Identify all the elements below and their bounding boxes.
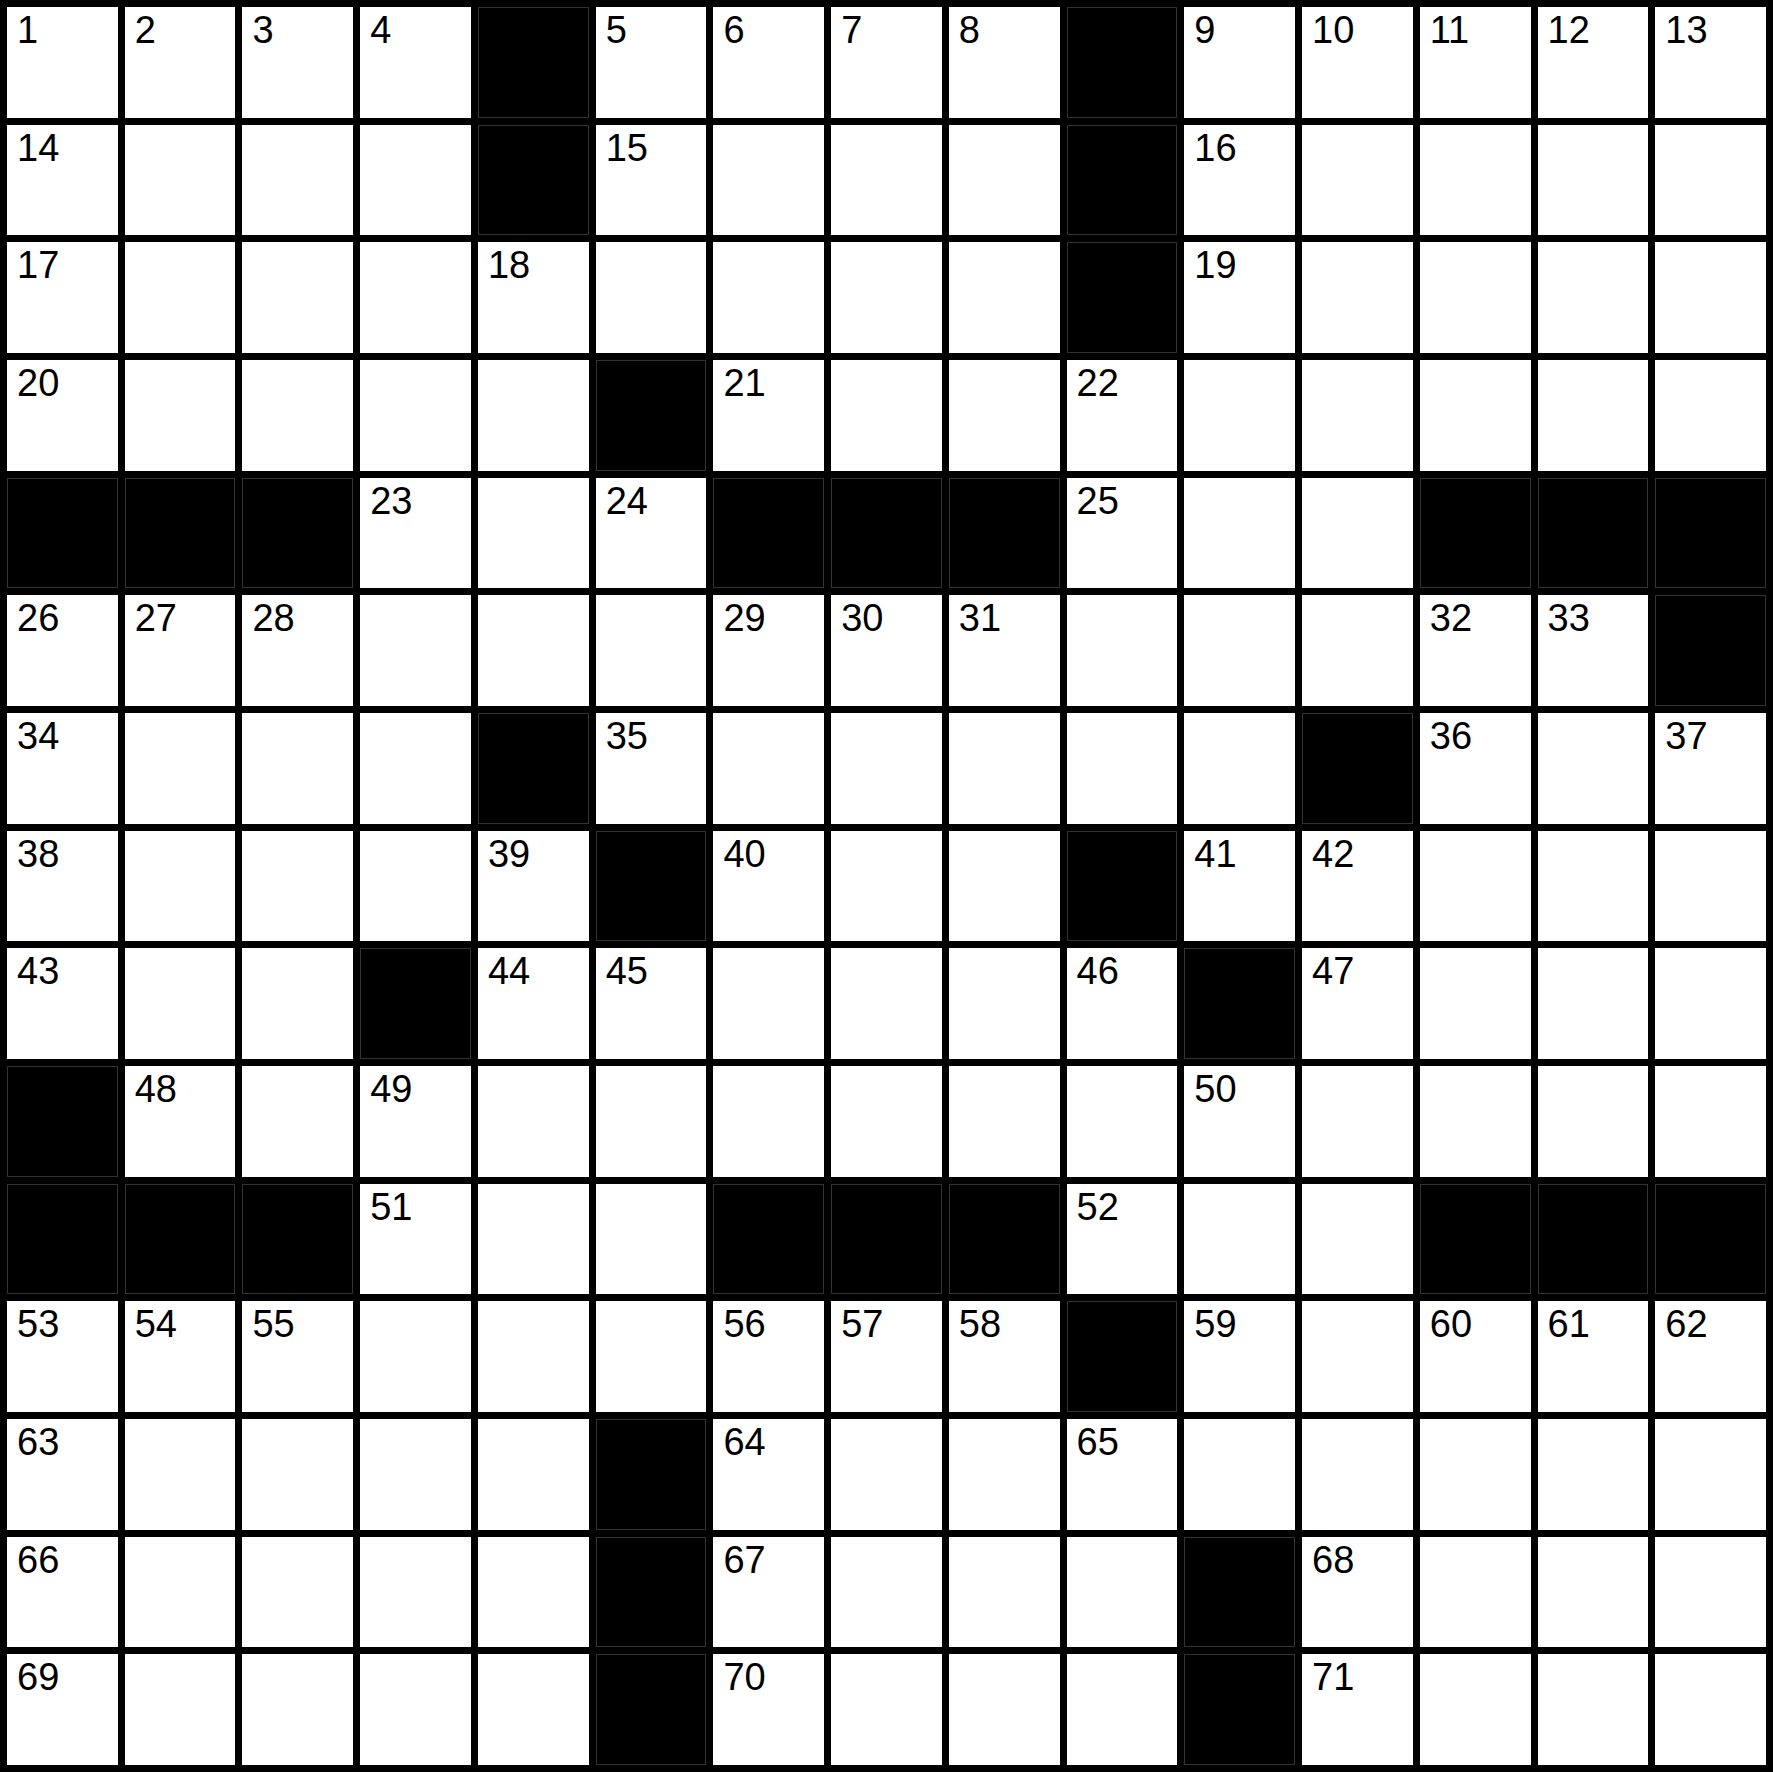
white-cell-r2c14[interactable]: [1538, 125, 1649, 236]
white-cell-r13c4[interactable]: [360, 1419, 471, 1530]
white-cell-r10c5[interactable]: [478, 1066, 589, 1177]
black-cell-r13c6: [596, 1419, 707, 1530]
clue-number-2: 2: [135, 11, 156, 49]
white-cell-r14c5[interactable]: [478, 1537, 589, 1648]
clue-number-8: 8: [959, 11, 980, 49]
white-cell-r8c12[interactable]: 42: [1302, 831, 1413, 942]
clue-number-34: 34: [17, 717, 59, 755]
white-cell-r12c5[interactable]: [478, 1301, 589, 1412]
white-cell-r10c15[interactable]: [1655, 1066, 1766, 1177]
black-cell-r11c13: [1420, 1184, 1531, 1295]
black-cell-r8c10: [1067, 831, 1178, 942]
clue-number-42: 42: [1312, 835, 1354, 873]
clue-number-35: 35: [606, 717, 648, 755]
black-cell-r11c7: [713, 1184, 824, 1295]
clue-number-62: 62: [1665, 1305, 1707, 1343]
white-cell-r12c13[interactable]: 60: [1420, 1301, 1531, 1412]
white-cell-r2c2[interactable]: [125, 125, 236, 236]
white-cell-r13c15[interactable]: [1655, 1419, 1766, 1530]
white-cell-r6c12[interactable]: [1302, 595, 1413, 706]
white-cell-r15c13[interactable]: [1420, 1654, 1531, 1765]
white-cell-r10c7[interactable]: [713, 1066, 824, 1177]
clue-number-15: 15: [606, 129, 648, 167]
clue-number-9: 9: [1194, 11, 1215, 49]
white-cell-r1c12[interactable]: 10: [1302, 7, 1413, 118]
white-cell-r10c13[interactable]: [1420, 1066, 1531, 1177]
white-cell-r7c1[interactable]: 34: [7, 713, 118, 824]
black-cell-r9c11: [1184, 948, 1295, 1059]
white-cell-r10c12[interactable]: [1302, 1066, 1413, 1177]
white-cell-r10c4[interactable]: 49: [360, 1066, 471, 1177]
white-cell-r9c12[interactable]: 47: [1302, 948, 1413, 1059]
black-cell-r5c13: [1420, 478, 1531, 589]
white-cell-r6c1[interactable]: 26: [7, 595, 118, 706]
clue-number-56: 56: [723, 1305, 765, 1343]
white-cell-r2c8[interactable]: [831, 125, 942, 236]
white-cell-r13c5[interactable]: [478, 1419, 589, 1530]
black-cell-r1c5: [478, 7, 589, 118]
white-cell-r12c8[interactable]: 57: [831, 1301, 942, 1412]
white-cell-r15c4[interactable]: [360, 1654, 471, 1765]
white-cell-r3c2[interactable]: [125, 242, 236, 353]
black-cell-r9c4: [360, 948, 471, 1059]
white-cell-r8c3[interactable]: [242, 831, 353, 942]
white-cell-r5c11[interactable]: [1184, 478, 1295, 589]
white-cell-r3c11[interactable]: 19: [1184, 242, 1295, 353]
clue-number-36: 36: [1430, 717, 1472, 755]
white-cell-r14c14[interactable]: [1538, 1537, 1649, 1648]
white-cell-r7c13[interactable]: 36: [1420, 713, 1531, 824]
black-cell-r14c11: [1184, 1537, 1295, 1648]
white-cell-r7c11[interactable]: [1184, 713, 1295, 824]
white-cell-r7c4[interactable]: [360, 713, 471, 824]
white-cell-r1c2[interactable]: 2: [125, 7, 236, 118]
white-cell-r6c10[interactable]: [1067, 595, 1178, 706]
white-cell-r13c9[interactable]: [949, 1419, 1060, 1530]
white-cell-r7c3[interactable]: [242, 713, 353, 824]
white-cell-r5c6[interactable]: 24: [596, 478, 707, 589]
white-cell-r9c1[interactable]: 43: [7, 948, 118, 1059]
white-cell-r3c13[interactable]: [1420, 242, 1531, 353]
clue-number-51: 51: [370, 1188, 412, 1226]
white-cell-r4c1[interactable]: 20: [7, 360, 118, 471]
clue-number-67: 67: [723, 1541, 765, 1579]
white-cell-r9c10[interactable]: 46: [1067, 948, 1178, 1059]
white-cell-r3c14[interactable]: [1538, 242, 1649, 353]
clue-number-21: 21: [723, 364, 765, 402]
black-cell-r5c8: [831, 478, 942, 589]
white-cell-r13c8[interactable]: [831, 1419, 942, 1530]
clue-number-65: 65: [1077, 1423, 1119, 1461]
clue-number-19: 19: [1194, 246, 1236, 284]
white-cell-r11c12[interactable]: [1302, 1184, 1413, 1295]
black-cell-r7c5: [478, 713, 589, 824]
white-cell-r9c15[interactable]: [1655, 948, 1766, 1059]
white-cell-r12c3[interactable]: 55: [242, 1301, 353, 1412]
white-cell-r3c9[interactable]: [949, 242, 1060, 353]
white-cell-r11c4[interactable]: 51: [360, 1184, 471, 1295]
clue-number-55: 55: [252, 1305, 294, 1343]
clue-number-25: 25: [1077, 482, 1119, 520]
white-cell-r10c10[interactable]: [1067, 1066, 1178, 1177]
white-cell-r7c7[interactable]: [713, 713, 824, 824]
crossword-grid: 1234567891011121314151617181920212223242…: [0, 0, 1773, 1772]
white-cell-r15c9[interactable]: [949, 1654, 1060, 1765]
white-cell-r4c8[interactable]: [831, 360, 942, 471]
white-cell-r3c1[interactable]: 17: [7, 242, 118, 353]
clue-number-38: 38: [17, 835, 59, 873]
clue-number-40: 40: [723, 835, 765, 873]
white-cell-r12c12[interactable]: [1302, 1301, 1413, 1412]
white-cell-r12c11[interactable]: 59: [1184, 1301, 1295, 1412]
clue-number-63: 63: [17, 1423, 59, 1461]
white-cell-r1c3[interactable]: 3: [242, 7, 353, 118]
clue-number-39: 39: [488, 835, 530, 873]
clue-number-49: 49: [370, 1070, 412, 1108]
black-cell-r8c6: [596, 831, 707, 942]
white-cell-r10c8[interactable]: [831, 1066, 942, 1177]
black-cell-r5c2: [125, 478, 236, 589]
white-cell-r13c10[interactable]: 65: [1067, 1419, 1178, 1530]
white-cell-r3c6[interactable]: [596, 242, 707, 353]
clue-number-71: 71: [1312, 1658, 1354, 1696]
white-cell-r1c9[interactable]: 8: [949, 7, 1060, 118]
white-cell-r9c3[interactable]: [242, 948, 353, 1059]
white-cell-r12c4[interactable]: [360, 1301, 471, 1412]
black-cell-r7c12: [1302, 713, 1413, 824]
clue-number-60: 60: [1430, 1305, 1472, 1343]
white-cell-r9c6[interactable]: 45: [596, 948, 707, 1059]
black-cell-r11c8: [831, 1184, 942, 1295]
clue-number-50: 50: [1194, 1070, 1236, 1108]
white-cell-r13c11[interactable]: [1184, 1419, 1295, 1530]
white-cell-r7c2[interactable]: [125, 713, 236, 824]
white-cell-r14c7[interactable]: 67: [713, 1537, 824, 1648]
white-cell-r1c11[interactable]: 9: [1184, 7, 1295, 118]
white-cell-r11c10[interactable]: 52: [1067, 1184, 1178, 1295]
white-cell-r11c11[interactable]: [1184, 1184, 1295, 1295]
clue-number-11: 11: [1430, 11, 1469, 49]
white-cell-r4c7[interactable]: 21: [713, 360, 824, 471]
white-cell-r1c13[interactable]: 11: [1420, 7, 1531, 118]
white-cell-r6c8[interactable]: 30: [831, 595, 942, 706]
white-cell-r11c5[interactable]: [478, 1184, 589, 1295]
white-cell-r2c1[interactable]: 14: [7, 125, 118, 236]
clue-number-48: 48: [135, 1070, 177, 1108]
black-cell-r11c2: [125, 1184, 236, 1295]
clue-number-3: 3: [252, 11, 273, 49]
black-cell-r10c1: [7, 1066, 118, 1177]
white-cell-r14c13[interactable]: [1420, 1537, 1531, 1648]
white-cell-r15c8[interactable]: [831, 1654, 942, 1765]
white-cell-r14c3[interactable]: [242, 1537, 353, 1648]
white-cell-r4c11[interactable]: [1184, 360, 1295, 471]
clue-number-31: 31: [959, 599, 1001, 637]
white-cell-r6c2[interactable]: 27: [125, 595, 236, 706]
white-cell-r6c7[interactable]: 29: [713, 595, 824, 706]
white-cell-r15c3[interactable]: [242, 1654, 353, 1765]
white-cell-r6c11[interactable]: [1184, 595, 1295, 706]
white-cell-r6c13[interactable]: 32: [1420, 595, 1531, 706]
clue-number-47: 47: [1312, 952, 1354, 990]
clue-number-26: 26: [17, 599, 59, 637]
white-cell-r2c13[interactable]: [1420, 125, 1531, 236]
white-cell-r10c3[interactable]: [242, 1066, 353, 1177]
white-cell-r8c15[interactable]: [1655, 831, 1766, 942]
white-cell-r14c10[interactable]: [1067, 1537, 1178, 1648]
white-cell-r15c15[interactable]: [1655, 1654, 1766, 1765]
clue-number-10: 10: [1312, 11, 1354, 49]
white-cell-r8c4[interactable]: [360, 831, 471, 942]
clue-number-32: 32: [1430, 599, 1472, 637]
white-cell-r1c15[interactable]: 13: [1655, 7, 1766, 118]
white-cell-r6c5[interactable]: [478, 595, 589, 706]
white-cell-r12c7[interactable]: 56: [713, 1301, 824, 1412]
white-cell-r6c4[interactable]: [360, 595, 471, 706]
white-cell-r12c2[interactable]: 54: [125, 1301, 236, 1412]
white-cell-r14c12[interactable]: 68: [1302, 1537, 1413, 1648]
white-cell-r10c6[interactable]: [596, 1066, 707, 1177]
white-cell-r10c9[interactable]: [949, 1066, 1060, 1177]
black-cell-r5c3: [242, 478, 353, 589]
clue-number-5: 5: [606, 11, 627, 49]
white-cell-r15c7[interactable]: 70: [713, 1654, 824, 1765]
black-cell-r5c15: [1655, 478, 1766, 589]
white-cell-r3c15[interactable]: [1655, 242, 1766, 353]
white-cell-r12c1[interactable]: 53: [7, 1301, 118, 1412]
black-cell-r11c15: [1655, 1184, 1766, 1295]
white-cell-r3c3[interactable]: [242, 242, 353, 353]
clue-number-46: 46: [1077, 952, 1119, 990]
clue-number-7: 7: [841, 11, 862, 49]
clue-number-14: 14: [17, 129, 59, 167]
black-cell-r5c1: [7, 478, 118, 589]
clue-number-52: 52: [1077, 1188, 1119, 1226]
clue-number-61: 61: [1548, 1305, 1590, 1343]
white-cell-r13c7[interactable]: 64: [713, 1419, 824, 1530]
clue-number-54: 54: [135, 1305, 177, 1343]
white-cell-r4c12[interactable]: [1302, 360, 1413, 471]
white-cell-r10c2[interactable]: 48: [125, 1066, 236, 1177]
clue-number-45: 45: [606, 952, 648, 990]
white-cell-r7c6[interactable]: 35: [596, 713, 707, 824]
white-cell-r2c3[interactable]: [242, 125, 353, 236]
clue-number-64: 64: [723, 1423, 765, 1461]
white-cell-r4c15[interactable]: [1655, 360, 1766, 471]
black-cell-r2c10: [1067, 125, 1178, 236]
white-cell-r9c2[interactable]: [125, 948, 236, 1059]
white-cell-r2c9[interactable]: [949, 125, 1060, 236]
white-cell-r1c8[interactable]: 7: [831, 7, 942, 118]
white-cell-r7c8[interactable]: [831, 713, 942, 824]
white-cell-r12c15[interactable]: 62: [1655, 1301, 1766, 1412]
white-cell-r10c11[interactable]: 50: [1184, 1066, 1295, 1177]
white-cell-r8c5[interactable]: 39: [478, 831, 589, 942]
white-cell-r3c12[interactable]: [1302, 242, 1413, 353]
clue-number-24: 24: [606, 482, 648, 520]
white-cell-r9c5[interactable]: 44: [478, 948, 589, 1059]
clue-number-16: 16: [1194, 129, 1236, 167]
clue-number-12: 12: [1548, 11, 1590, 49]
black-cell-r15c6: [596, 1654, 707, 1765]
white-cell-r3c4[interactable]: [360, 242, 471, 353]
white-cell-r11c6[interactable]: [596, 1184, 707, 1295]
white-cell-r8c1[interactable]: 38: [7, 831, 118, 942]
black-cell-r5c7: [713, 478, 824, 589]
white-cell-r2c12[interactable]: [1302, 125, 1413, 236]
white-cell-r9c7[interactable]: [713, 948, 824, 1059]
clue-number-70: 70: [723, 1658, 765, 1696]
black-cell-r11c9: [949, 1184, 1060, 1295]
clue-number-6: 6: [723, 11, 744, 49]
clue-number-57: 57: [841, 1305, 883, 1343]
white-cell-r14c8[interactable]: [831, 1537, 942, 1648]
white-cell-r14c4[interactable]: [360, 1537, 471, 1648]
white-cell-r8c2[interactable]: [125, 831, 236, 942]
black-cell-r6c15: [1655, 595, 1766, 706]
white-cell-r6c6[interactable]: [596, 595, 707, 706]
black-cell-r11c1: [7, 1184, 118, 1295]
white-cell-r13c3[interactable]: [242, 1419, 353, 1530]
white-cell-r12c14[interactable]: 61: [1538, 1301, 1649, 1412]
white-cell-r12c6[interactable]: [596, 1301, 707, 1412]
white-cell-r8c9[interactable]: [949, 831, 1060, 942]
white-cell-r1c14[interactable]: 12: [1538, 7, 1649, 118]
clue-number-59: 59: [1194, 1305, 1236, 1343]
black-cell-r15c11: [1184, 1654, 1295, 1765]
white-cell-r4c4[interactable]: [360, 360, 471, 471]
white-cell-r1c1[interactable]: 1: [7, 7, 118, 118]
white-cell-r8c13[interactable]: [1420, 831, 1531, 942]
clue-number-53: 53: [17, 1305, 59, 1343]
white-cell-r15c5[interactable]: [478, 1654, 589, 1765]
black-cell-r1c10: [1067, 7, 1178, 118]
white-cell-r7c10[interactable]: [1067, 713, 1178, 824]
black-cell-r11c3: [242, 1184, 353, 1295]
white-cell-r13c2[interactable]: [125, 1419, 236, 1530]
white-cell-r7c14[interactable]: [1538, 713, 1649, 824]
black-cell-r5c14: [1538, 478, 1649, 589]
white-cell-r14c1[interactable]: 66: [7, 1537, 118, 1648]
white-cell-r5c5[interactable]: [478, 478, 589, 589]
clue-number-22: 22: [1077, 364, 1119, 402]
black-cell-r4c6: [596, 360, 707, 471]
clue-number-58: 58: [959, 1305, 1001, 1343]
white-cell-r2c4[interactable]: [360, 125, 471, 236]
black-cell-r12c10: [1067, 1301, 1178, 1412]
white-cell-r4c10[interactable]: 22: [1067, 360, 1178, 471]
white-cell-r8c14[interactable]: [1538, 831, 1649, 942]
clue-number-1: 1: [17, 11, 38, 49]
white-cell-r2c11[interactable]: 16: [1184, 125, 1295, 236]
clue-number-33: 33: [1548, 599, 1590, 637]
white-cell-r5c12[interactable]: [1302, 478, 1413, 589]
white-cell-r4c9[interactable]: [949, 360, 1060, 471]
white-cell-r4c3[interactable]: [242, 360, 353, 471]
clue-number-68: 68: [1312, 1541, 1354, 1579]
white-cell-r15c12[interactable]: 71: [1302, 1654, 1413, 1765]
white-cell-r15c2[interactable]: [125, 1654, 236, 1765]
black-cell-r5c9: [949, 478, 1060, 589]
white-cell-r4c2[interactable]: [125, 360, 236, 471]
clue-number-69: 69: [17, 1658, 59, 1696]
white-cell-r14c2[interactable]: [125, 1537, 236, 1648]
black-cell-r14c6: [596, 1537, 707, 1648]
white-cell-r8c11[interactable]: 41: [1184, 831, 1295, 942]
white-cell-r9c8[interactable]: [831, 948, 942, 1059]
black-cell-r2c5: [478, 125, 589, 236]
white-cell-r2c6[interactable]: 15: [596, 125, 707, 236]
white-cell-r2c15[interactable]: [1655, 125, 1766, 236]
white-cell-r13c1[interactable]: 63: [7, 1419, 118, 1530]
clue-number-4: 4: [370, 11, 391, 49]
clue-number-23: 23: [370, 482, 412, 520]
clue-number-37: 37: [1665, 717, 1707, 755]
clue-number-27: 27: [135, 599, 177, 637]
white-cell-r1c7[interactable]: 6: [713, 7, 824, 118]
white-cell-r3c7[interactable]: [713, 242, 824, 353]
white-cell-r15c14[interactable]: [1538, 1654, 1649, 1765]
white-cell-r3c5[interactable]: 18: [478, 242, 589, 353]
white-cell-r13c12[interactable]: [1302, 1419, 1413, 1530]
white-cell-r9c9[interactable]: [949, 948, 1060, 1059]
black-cell-r11c14: [1538, 1184, 1649, 1295]
white-cell-r10c14[interactable]: [1538, 1066, 1649, 1177]
clue-number-17: 17: [17, 246, 59, 284]
clue-number-30: 30: [841, 599, 883, 637]
clue-number-29: 29: [723, 599, 765, 637]
white-cell-r15c10[interactable]: [1067, 1654, 1178, 1765]
clue-number-18: 18: [488, 246, 530, 284]
white-cell-r8c7[interactable]: 40: [713, 831, 824, 942]
white-cell-r7c9[interactable]: [949, 713, 1060, 824]
white-cell-r9c13[interactable]: [1420, 948, 1531, 1059]
white-cell-r5c10[interactable]: 25: [1067, 478, 1178, 589]
white-cell-r8c8[interactable]: [831, 831, 942, 942]
white-cell-r1c6[interactable]: 5: [596, 7, 707, 118]
clue-number-44: 44: [488, 952, 530, 990]
white-cell-r13c13[interactable]: [1420, 1419, 1531, 1530]
clue-number-41: 41: [1194, 835, 1236, 873]
white-cell-r9c14[interactable]: [1538, 948, 1649, 1059]
white-cell-r4c13[interactable]: [1420, 360, 1531, 471]
white-cell-r15c1[interactable]: 69: [7, 1654, 118, 1765]
white-cell-r12c9[interactable]: 58: [949, 1301, 1060, 1412]
white-cell-r14c15[interactable]: [1655, 1537, 1766, 1648]
white-cell-r4c14[interactable]: [1538, 360, 1649, 471]
clue-number-43: 43: [17, 952, 59, 990]
clue-number-28: 28: [252, 599, 294, 637]
white-cell-r3c8[interactable]: [831, 242, 942, 353]
clue-number-66: 66: [17, 1541, 59, 1579]
black-cell-r3c10: [1067, 242, 1178, 353]
white-cell-r2c7[interactable]: [713, 125, 824, 236]
white-cell-r14c9[interactable]: [949, 1537, 1060, 1648]
white-cell-r1c4[interactable]: 4: [360, 7, 471, 118]
white-cell-r6c9[interactable]: 31: [949, 595, 1060, 706]
white-cell-r6c14[interactable]: 33: [1538, 595, 1649, 706]
white-cell-r5c4[interactable]: 23: [360, 478, 471, 589]
white-cell-r4c5[interactable]: [478, 360, 589, 471]
white-cell-r6c3[interactable]: 28: [242, 595, 353, 706]
clue-number-20: 20: [17, 364, 59, 402]
white-cell-r7c15[interactable]: 37: [1655, 713, 1766, 824]
clue-number-13: 13: [1665, 11, 1707, 49]
white-cell-r13c14[interactable]: [1538, 1419, 1649, 1530]
